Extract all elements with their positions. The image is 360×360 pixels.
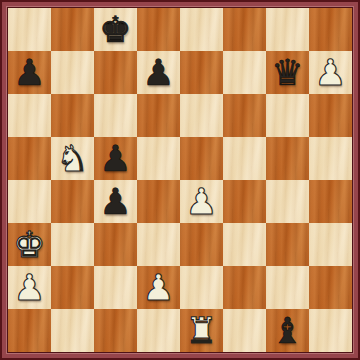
square-c1[interactable]	[94, 309, 137, 352]
square-h6[interactable]	[309, 94, 352, 137]
square-d5[interactable]	[137, 137, 180, 180]
square-f2[interactable]	[223, 266, 266, 309]
square-a1[interactable]	[8, 309, 51, 352]
square-f8[interactable]	[223, 8, 266, 51]
square-f3[interactable]	[223, 223, 266, 266]
square-g8[interactable]	[266, 8, 309, 51]
square-e1[interactable]: ♜	[180, 309, 223, 352]
square-c3[interactable]	[94, 223, 137, 266]
square-e7[interactable]	[180, 51, 223, 94]
board-frame: ♚♟♟♛♟♞♟♟♟♚♟♟♜♝	[0, 0, 360, 360]
white-rook-piece: ♜	[185, 309, 217, 352]
square-e4[interactable]: ♟	[180, 180, 223, 223]
white-pawn-piece: ♟	[185, 180, 217, 223]
square-c8[interactable]: ♚	[94, 8, 137, 51]
black-pawn-piece: ♟	[99, 137, 131, 180]
square-b5[interactable]: ♞	[51, 137, 94, 180]
square-b6[interactable]	[51, 94, 94, 137]
square-b3[interactable]	[51, 223, 94, 266]
square-a6[interactable]	[8, 94, 51, 137]
square-f4[interactable]	[223, 180, 266, 223]
square-b2[interactable]	[51, 266, 94, 309]
square-c6[interactable]	[94, 94, 137, 137]
white-pawn-piece: ♟	[13, 266, 45, 309]
square-g2[interactable]	[266, 266, 309, 309]
square-g4[interactable]	[266, 180, 309, 223]
square-h5[interactable]	[309, 137, 352, 180]
square-d1[interactable]	[137, 309, 180, 352]
square-c2[interactable]	[94, 266, 137, 309]
square-f1[interactable]	[223, 309, 266, 352]
square-g3[interactable]	[266, 223, 309, 266]
square-g1[interactable]: ♝	[266, 309, 309, 352]
square-d3[interactable]	[137, 223, 180, 266]
square-d2[interactable]: ♟	[137, 266, 180, 309]
square-h4[interactable]	[309, 180, 352, 223]
square-a2[interactable]: ♟	[8, 266, 51, 309]
square-c4[interactable]: ♟	[94, 180, 137, 223]
square-b8[interactable]	[51, 8, 94, 51]
square-h2[interactable]	[309, 266, 352, 309]
square-a7[interactable]: ♟	[8, 51, 51, 94]
square-e6[interactable]	[180, 94, 223, 137]
black-pawn-piece: ♟	[13, 51, 45, 94]
square-e5[interactable]	[180, 137, 223, 180]
square-a8[interactable]	[8, 8, 51, 51]
square-b7[interactable]	[51, 51, 94, 94]
square-d4[interactable]	[137, 180, 180, 223]
black-queen-piece: ♛	[271, 51, 303, 94]
square-h7[interactable]: ♟	[309, 51, 352, 94]
square-h3[interactable]	[309, 223, 352, 266]
square-g6[interactable]	[266, 94, 309, 137]
black-bishop-piece: ♝	[271, 309, 303, 352]
square-a4[interactable]	[8, 180, 51, 223]
square-e3[interactable]	[180, 223, 223, 266]
square-d8[interactable]	[137, 8, 180, 51]
chess-board: ♚♟♟♛♟♞♟♟♟♚♟♟♜♝	[7, 7, 353, 353]
square-f5[interactable]	[223, 137, 266, 180]
square-f6[interactable]	[223, 94, 266, 137]
square-d6[interactable]	[137, 94, 180, 137]
square-f7[interactable]	[223, 51, 266, 94]
white-king-piece: ♚	[13, 223, 45, 266]
square-e2[interactable]	[180, 266, 223, 309]
white-pawn-piece: ♟	[314, 51, 346, 94]
square-b4[interactable]	[51, 180, 94, 223]
square-c5[interactable]: ♟	[94, 137, 137, 180]
square-h1[interactable]	[309, 309, 352, 352]
square-g5[interactable]	[266, 137, 309, 180]
white-knight-piece: ♞	[56, 137, 88, 180]
black-pawn-piece: ♟	[142, 51, 174, 94]
black-king-piece: ♚	[99, 8, 131, 51]
square-e8[interactable]	[180, 8, 223, 51]
square-a3[interactable]: ♚	[8, 223, 51, 266]
square-a5[interactable]	[8, 137, 51, 180]
white-pawn-piece: ♟	[142, 266, 174, 309]
square-g7[interactable]: ♛	[266, 51, 309, 94]
square-h8[interactable]	[309, 8, 352, 51]
square-b1[interactable]	[51, 309, 94, 352]
square-d7[interactable]: ♟	[137, 51, 180, 94]
black-pawn-piece: ♟	[99, 180, 131, 223]
square-c7[interactable]	[94, 51, 137, 94]
